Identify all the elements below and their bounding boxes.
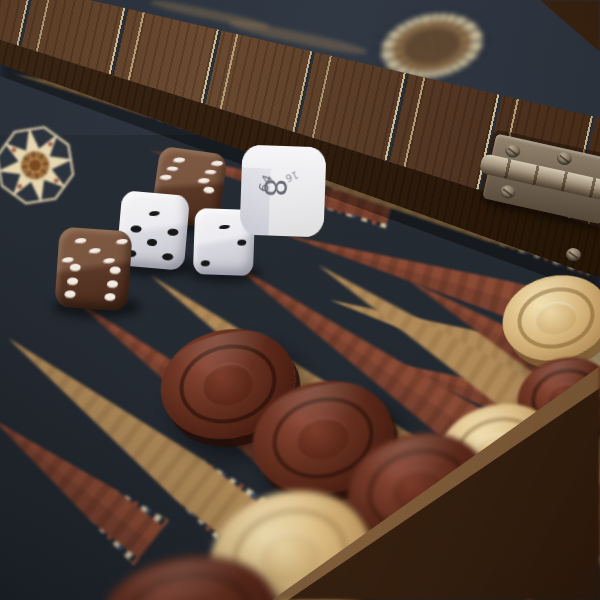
checker-center xyxy=(151,588,225,600)
checker-ring xyxy=(118,563,259,600)
backgammon-board-photo: 16 64 8 xyxy=(0,0,600,600)
